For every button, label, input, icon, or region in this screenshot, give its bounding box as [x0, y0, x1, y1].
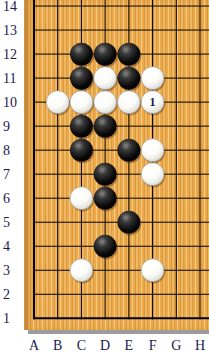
- stone-white-F11[interactable]: [141, 67, 164, 90]
- col-label-A: A: [29, 338, 40, 353]
- row-label-9: 9: [3, 119, 10, 134]
- stone-black-D7[interactable]: [94, 163, 117, 186]
- row-label-13: 13: [3, 23, 17, 38]
- stone-white-F7[interactable]: [141, 163, 164, 186]
- stone-black-D12[interactable]: [94, 43, 117, 66]
- stone-black-E8[interactable]: [117, 139, 140, 162]
- stone-white-C3[interactable]: [70, 259, 93, 282]
- stone-black-E11[interactable]: [117, 67, 140, 90]
- row-label-11: 11: [3, 71, 16, 86]
- col-label-G: G: [171, 338, 181, 353]
- row-label-12: 12: [3, 47, 17, 62]
- stone-black-D6[interactable]: [94, 187, 117, 210]
- stone-white-C10[interactable]: [70, 91, 93, 114]
- row-label-3: 3: [3, 263, 10, 278]
- row-label-8: 8: [3, 143, 10, 158]
- stone-black-D9[interactable]: [94, 115, 117, 138]
- stone-black-C11[interactable]: [70, 67, 93, 90]
- stone-black-C8[interactable]: [70, 139, 93, 162]
- row-label-5: 5: [3, 215, 10, 230]
- row-label-14: 14: [3, 0, 17, 14]
- row-label-10: 10: [3, 95, 17, 110]
- col-label-D: D: [100, 338, 110, 353]
- col-label-B: B: [53, 338, 62, 353]
- stone-white-C6[interactable]: [70, 187, 93, 210]
- move-number-label: 1: [150, 95, 156, 109]
- stone-white-D10[interactable]: [94, 91, 117, 114]
- stone-black-E12[interactable]: [117, 43, 140, 66]
- go-board-grid[interactable]: 1413121110987654321ABCDEFGH1: [0, 0, 209, 356]
- stone-black-C9[interactable]: [70, 115, 93, 138]
- stone-white-D11[interactable]: [94, 67, 117, 90]
- row-label-7: 7: [3, 167, 10, 182]
- stone-black-C12[interactable]: [70, 43, 93, 66]
- row-label-1: 1: [3, 311, 10, 326]
- stone-white-E10[interactable]: [117, 91, 140, 114]
- stone-white-F8[interactable]: [141, 139, 164, 162]
- row-label-4: 4: [3, 239, 10, 254]
- stone-black-D4[interactable]: [94, 235, 117, 258]
- row-label-6: 6: [3, 191, 10, 206]
- col-label-H: H: [195, 338, 205, 353]
- go-board-diagram: 1413121110987654321ABCDEFGH1: [0, 0, 209, 356]
- col-label-C: C: [77, 338, 86, 353]
- stone-white-F3[interactable]: [141, 259, 164, 282]
- col-label-E: E: [125, 338, 134, 353]
- col-label-F: F: [149, 338, 157, 353]
- row-label-2: 2: [3, 287, 10, 302]
- stone-white-B10[interactable]: [46, 91, 69, 114]
- stone-black-E5[interactable]: [117, 211, 140, 234]
